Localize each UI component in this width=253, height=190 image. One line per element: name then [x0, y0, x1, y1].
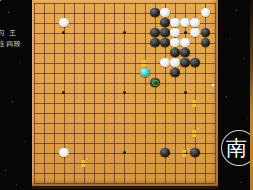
star-point [62, 31, 65, 34]
grid-line [34, 133, 216, 134]
white-stone [59, 18, 69, 28]
black-stone [150, 38, 160, 48]
star-point [184, 31, 187, 34]
white-stone [170, 58, 180, 68]
black-stone [201, 28, 211, 38]
grid-line [34, 143, 216, 144]
black-stone-last-move [150, 78, 160, 88]
black-stone [160, 18, 170, 28]
black-stone [160, 148, 170, 158]
white-stone [201, 8, 211, 18]
yellow-annotation [181, 147, 190, 158]
star-point [184, 91, 187, 94]
star-point [123, 91, 126, 94]
starfield-background [0, 0, 1, 1]
black-stone [201, 38, 211, 48]
go-board[interactable] [32, 0, 218, 189]
black-stone [160, 38, 170, 48]
grid-line [34, 163, 216, 164]
yellow-annotation [80, 157, 89, 168]
black-stone [150, 8, 160, 18]
player-caption: 匀 王 连四段 [0, 27, 32, 49]
right-edge-strip [250, 0, 253, 190]
white-stone [170, 28, 180, 38]
yellow-annotation [191, 97, 200, 108]
black-stone [180, 58, 190, 68]
caption-line-1: 匀 王 [0, 27, 32, 38]
go-broadcast-screen: { "game": "go (weiqi), 19x19 board", "ca… [0, 0, 253, 190]
black-stone [190, 148, 200, 158]
star-point [62, 91, 65, 94]
white-stone [160, 58, 170, 68]
grid-line [135, 3, 136, 183]
white-stone [160, 8, 170, 18]
black-stone [170, 48, 180, 58]
highlight-stone-ai-move [140, 68, 150, 78]
white-stone [59, 148, 69, 158]
white-stone [180, 18, 190, 28]
sparkle-dot [212, 84, 214, 86]
black-stone [170, 68, 180, 78]
white-stone [190, 18, 200, 28]
grid-line [145, 3, 146, 183]
grid-line [215, 3, 216, 183]
white-stone [170, 38, 180, 48]
channel-logo-badge: 南 [221, 130, 253, 166]
white-stone [170, 18, 180, 28]
grid-line [34, 103, 216, 104]
white-stone [190, 28, 200, 38]
black-stone [160, 28, 170, 38]
grid-line [34, 173, 216, 174]
black-stone [190, 58, 200, 68]
yellow-annotation [191, 127, 200, 138]
star-point [123, 151, 126, 154]
grid-line [34, 183, 216, 184]
white-stone [180, 38, 190, 48]
yellow-annotation [140, 57, 149, 68]
black-stone [150, 28, 160, 38]
last-move-ring [152, 80, 158, 86]
star-point [123, 31, 126, 34]
grid-line [34, 123, 216, 124]
logo-character: 南 [226, 134, 247, 162]
grid-line [34, 113, 216, 114]
caption-line-2: 连四段 [0, 38, 32, 49]
black-stone [180, 48, 190, 58]
